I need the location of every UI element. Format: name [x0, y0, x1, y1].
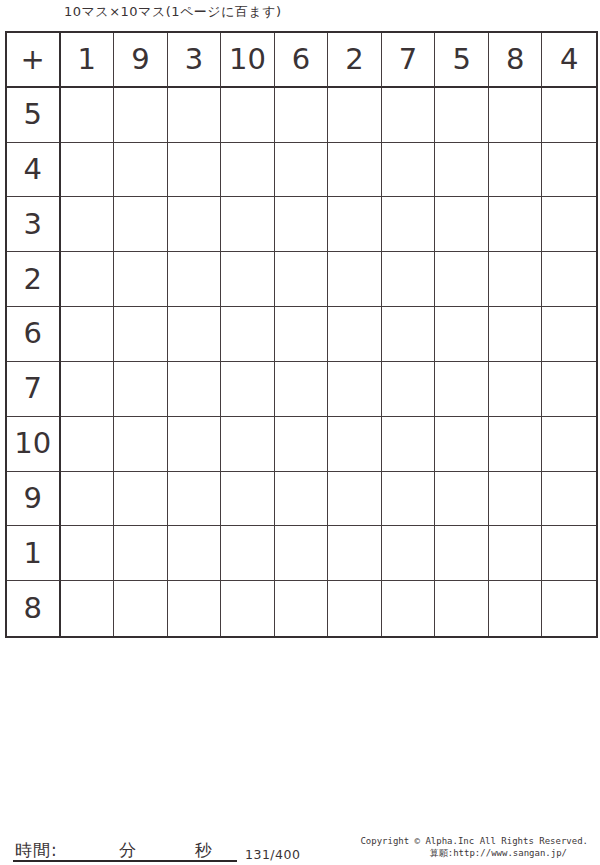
- answer-cell[interactable]: [435, 197, 489, 252]
- row-header-cell: 2: [7, 252, 61, 307]
- seconds-label: 秒: [195, 839, 212, 862]
- answer-cell[interactable]: [61, 197, 115, 252]
- answer-cell[interactable]: [435, 252, 489, 307]
- answer-cell[interactable]: [168, 472, 222, 527]
- answer-cell[interactable]: [489, 307, 543, 362]
- answer-cell[interactable]: [542, 362, 596, 417]
- answer-cell[interactable]: [114, 307, 168, 362]
- answer-cell[interactable]: [61, 472, 115, 527]
- row-header-cell: 6: [7, 307, 61, 362]
- answer-cell[interactable]: [221, 88, 275, 143]
- answer-cell[interactable]: [489, 143, 543, 198]
- answer-cell[interactable]: [61, 307, 115, 362]
- row-header-cell: 7: [7, 362, 61, 417]
- answer-cell[interactable]: [221, 197, 275, 252]
- answer-cell[interactable]: [328, 581, 382, 636]
- page-title: 10マス×10マス(1ページに百ます): [64, 3, 282, 21]
- answer-cell[interactable]: [328, 88, 382, 143]
- answer-cell[interactable]: [221, 417, 275, 472]
- answer-cell[interactable]: [221, 581, 275, 636]
- answer-cell[interactable]: [61, 88, 115, 143]
- copyright-block: Copyright © Alpha.Inc All Rights Reserve…: [290, 836, 588, 859]
- answer-cell[interactable]: [114, 197, 168, 252]
- answer-cell[interactable]: [435, 472, 489, 527]
- answer-cell[interactable]: [542, 417, 596, 472]
- row-header-cell: 1: [7, 526, 61, 581]
- minutes-label: 分: [119, 839, 136, 862]
- answer-cell[interactable]: [542, 581, 596, 636]
- operator-cell: +: [7, 33, 61, 88]
- answer-cell[interactable]: [168, 197, 222, 252]
- answer-cell[interactable]: [542, 143, 596, 198]
- answer-cell[interactable]: [382, 417, 436, 472]
- answer-cell[interactable]: [221, 307, 275, 362]
- time-label: 時間:: [15, 839, 58, 862]
- col-header-cell: 6: [275, 33, 329, 88]
- col-header-cell: 5: [435, 33, 489, 88]
- answer-cell[interactable]: [435, 526, 489, 581]
- answer-cell[interactable]: [328, 526, 382, 581]
- source-url: 算願:http://www.sangan.jp/: [290, 848, 588, 860]
- answer-cell[interactable]: [328, 252, 382, 307]
- answer-cell[interactable]: [221, 252, 275, 307]
- answer-cell[interactable]: [275, 197, 329, 252]
- answer-cell[interactable]: [542, 252, 596, 307]
- answer-cell[interactable]: [168, 362, 222, 417]
- answer-cell[interactable]: [435, 143, 489, 198]
- answer-cell[interactable]: [489, 472, 543, 527]
- answer-cell[interactable]: [275, 526, 329, 581]
- answer-cell[interactable]: [435, 362, 489, 417]
- answer-cell[interactable]: [168, 143, 222, 198]
- answer-cell[interactable]: [542, 526, 596, 581]
- answer-cell[interactable]: [168, 417, 222, 472]
- answer-cell[interactable]: [382, 362, 436, 417]
- answer-cell[interactable]: [489, 417, 543, 472]
- answer-cell[interactable]: [168, 526, 222, 581]
- time-entry-line: 時間: 分 秒: [13, 837, 237, 862]
- answer-cell[interactable]: [275, 252, 329, 307]
- row-header-cell: 5: [7, 88, 61, 143]
- answer-cell[interactable]: [328, 417, 382, 472]
- answer-cell[interactable]: [382, 88, 436, 143]
- answer-cell[interactable]: [275, 472, 329, 527]
- answer-cell[interactable]: [328, 472, 382, 527]
- answer-cell[interactable]: [114, 417, 168, 472]
- answer-cell[interactable]: [328, 197, 382, 252]
- answer-cell[interactable]: [275, 307, 329, 362]
- answer-cell[interactable]: [275, 417, 329, 472]
- answer-cell[interactable]: [221, 472, 275, 527]
- copyright-text: Copyright © Alpha.Inc All Rights Reserve…: [290, 836, 588, 848]
- answer-cell[interactable]: [61, 143, 115, 198]
- answer-cell[interactable]: [114, 88, 168, 143]
- answer-cell[interactable]: [489, 581, 543, 636]
- answer-cell[interactable]: [542, 88, 596, 143]
- answer-cell[interactable]: [382, 197, 436, 252]
- col-header-cell: 10: [221, 33, 275, 88]
- answer-cell[interactable]: [489, 362, 543, 417]
- answer-cell[interactable]: [382, 143, 436, 198]
- answer-cell[interactable]: [168, 88, 222, 143]
- answer-cell[interactable]: [114, 526, 168, 581]
- answer-cell[interactable]: [61, 362, 115, 417]
- answer-cell[interactable]: [114, 472, 168, 527]
- answer-cell[interactable]: [221, 362, 275, 417]
- col-header-cell: 2: [328, 33, 382, 88]
- row-header-cell: 3: [7, 197, 61, 252]
- answer-cell[interactable]: [435, 417, 489, 472]
- answer-cell[interactable]: [542, 307, 596, 362]
- col-header-cell: 4: [542, 33, 596, 88]
- row-header-cell: 8: [7, 581, 61, 636]
- answer-cell[interactable]: [114, 252, 168, 307]
- answer-cell[interactable]: [382, 526, 436, 581]
- row-header-cell: 9: [7, 472, 61, 527]
- answer-cell[interactable]: [435, 581, 489, 636]
- col-header-cell: 9: [114, 33, 168, 88]
- answer-cell[interactable]: [114, 362, 168, 417]
- answer-cell[interactable]: [61, 252, 115, 307]
- answer-cell[interactable]: [328, 307, 382, 362]
- answer-cell[interactable]: [382, 252, 436, 307]
- row-header-cell: 10: [7, 417, 61, 472]
- answer-cell[interactable]: [328, 362, 382, 417]
- answer-cell[interactable]: [275, 88, 329, 143]
- col-header-cell: 8: [489, 33, 543, 88]
- answer-cell[interactable]: [275, 581, 329, 636]
- calculation-grid: +1931062758454326710918: [5, 31, 598, 638]
- answer-cell[interactable]: [168, 252, 222, 307]
- answer-cell[interactable]: [435, 88, 489, 143]
- answer-cell[interactable]: [114, 143, 168, 198]
- col-header-cell: 3: [168, 33, 222, 88]
- answer-cell[interactable]: [328, 143, 382, 198]
- answer-cell[interactable]: [489, 252, 543, 307]
- answer-cell[interactable]: [382, 307, 436, 362]
- answer-cell[interactable]: [489, 88, 543, 143]
- answer-cell[interactable]: [168, 307, 222, 362]
- answer-cell[interactable]: [61, 417, 115, 472]
- answer-cell[interactable]: [275, 143, 329, 198]
- answer-cell[interactable]: [489, 197, 543, 252]
- answer-cell[interactable]: [275, 362, 329, 417]
- answer-cell[interactable]: [61, 526, 115, 581]
- answer-cell[interactable]: [489, 526, 543, 581]
- answer-cell[interactable]: [221, 143, 275, 198]
- answer-cell[interactable]: [382, 581, 436, 636]
- row-header-cell: 4: [7, 143, 61, 198]
- answer-cell[interactable]: [221, 526, 275, 581]
- answer-cell[interactable]: [114, 581, 168, 636]
- answer-cell[interactable]: [61, 581, 115, 636]
- answer-cell[interactable]: [542, 472, 596, 527]
- answer-cell[interactable]: [168, 581, 222, 636]
- answer-cell[interactable]: [382, 472, 436, 527]
- answer-cell[interactable]: [542, 197, 596, 252]
- col-header-cell: 1: [61, 33, 115, 88]
- col-header-cell: 7: [382, 33, 436, 88]
- answer-cell[interactable]: [435, 307, 489, 362]
